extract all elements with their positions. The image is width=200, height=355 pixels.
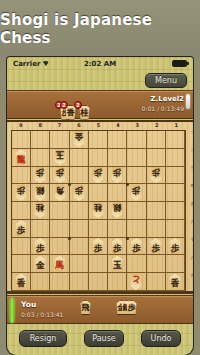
file-labels: 987654321 <box>11 122 186 129</box>
square-1i[interactable]: 香 <box>166 273 185 291</box>
square-3b[interactable] <box>127 149 146 167</box>
piece-5c[interactable]: 歩 <box>91 167 105 183</box>
player-name: You <box>21 300 63 309</box>
rank-label: 六 <box>190 220 193 238</box>
board-grid: 金龍玉歩歩歩歩歩歩銀角歩歩桂桂銀歩歩歩歩歩歩歩金馬玉香と香 <box>11 130 186 292</box>
square-4a[interactable] <box>108 131 127 149</box>
pause-button[interactable]: Pause <box>84 330 124 347</box>
rank-label: 一 <box>190 130 193 148</box>
square-4g[interactable]: 歩 <box>108 238 127 256</box>
square-2d[interactable] <box>147 184 166 202</box>
player-time-indicator <box>10 298 14 323</box>
shogi-board: 987654321 一二三四五六七八九 金龍玉歩歩歩歩歩歩銀角歩歩桂桂銀歩歩歩歩… <box>7 120 193 294</box>
square-9i[interactable]: 香 <box>12 273 31 291</box>
action-buttons: Resign Pause Undo <box>7 330 193 347</box>
square-5c[interactable]: 歩 <box>89 167 108 185</box>
square-2h[interactable] <box>147 255 166 273</box>
square-6i[interactable] <box>70 273 89 291</box>
file-label-1: 1 <box>167 122 186 129</box>
file-label-3: 3 <box>128 122 147 129</box>
square-8a[interactable] <box>31 131 50 149</box>
square-2c[interactable]: 歩 <box>147 167 166 185</box>
piece-7c[interactable]: 歩 <box>53 167 67 183</box>
battery-icon <box>172 60 187 67</box>
square-9h[interactable] <box>12 255 31 273</box>
page-title: Shogi is Japanese Chess <box>0 11 200 47</box>
resign-button[interactable]: Resign <box>19 330 67 347</box>
square-7h[interactable]: 馬 <box>50 255 69 273</box>
square-9c[interactable] <box>12 167 31 185</box>
square-4i[interactable] <box>108 273 127 291</box>
file-label-2: 2 <box>147 122 166 129</box>
square-9f[interactable]: 歩 <box>12 220 31 238</box>
player-info: You 0:03 / 0:13:41 <box>21 300 63 318</box>
piece-8d[interactable]: 銀 <box>33 185 47 201</box>
star-point <box>126 237 129 240</box>
square-5a[interactable] <box>89 131 108 149</box>
file-label-8: 8 <box>30 122 49 129</box>
piece-4e[interactable]: 銀 <box>110 202 124 218</box>
square-6b[interactable] <box>70 149 89 167</box>
page-header: Shogi is Japanese Chess <box>0 0 200 57</box>
square-7f[interactable] <box>50 220 69 238</box>
player-clock: 0:03 / 0:13:41 <box>21 311 63 318</box>
file-label-9: 9 <box>11 122 30 129</box>
piece-4g[interactable]: 歩 <box>110 238 124 254</box>
square-1a[interactable] <box>166 131 185 149</box>
piece-8h[interactable]: 金 <box>33 256 47 272</box>
piece-5e[interactable]: 桂 <box>91 202 105 218</box>
piece-9f[interactable]: 歩 <box>14 220 28 236</box>
square-5b[interactable] <box>89 149 108 167</box>
square-6f[interactable] <box>70 220 89 238</box>
rank-label: 五 <box>190 202 193 220</box>
square-9b[interactable]: 龍 <box>12 149 31 167</box>
undo-button[interactable]: Undo <box>141 330 181 347</box>
piece-3i[interactable]: と <box>129 274 143 290</box>
square-8b[interactable] <box>31 149 50 167</box>
file-label-5: 5 <box>89 122 108 129</box>
app-screen: Carrier 2:02 AM Menu 歩2香2桂2 Z.Level2 0:0… <box>7 57 193 355</box>
piece-8c[interactable]: 歩 <box>33 167 47 183</box>
square-9a[interactable] <box>12 131 31 149</box>
square-3f[interactable] <box>127 220 146 238</box>
square-1h[interactable] <box>166 255 185 273</box>
square-7g[interactable] <box>50 238 69 256</box>
player-tray: You 0:03 / 0:13:41 飛金銀歩 <box>7 295 193 324</box>
square-6d[interactable]: 歩 <box>70 184 89 202</box>
square-4b[interactable] <box>108 149 127 167</box>
square-8c[interactable]: 歩 <box>31 167 50 185</box>
star-point <box>126 183 129 186</box>
rank-label: 九 <box>190 274 193 292</box>
square-3i[interactable]: と <box>127 273 146 291</box>
status-time: 2:02 AM <box>7 60 193 68</box>
menu-button[interactable]: Menu <box>145 73 187 88</box>
star-point <box>68 183 71 186</box>
piece-7h[interactable]: 馬 <box>53 256 67 272</box>
square-9e[interactable] <box>12 202 31 220</box>
piece-8g[interactable]: 歩 <box>33 238 47 254</box>
rank-label: 二 <box>190 148 193 166</box>
piece-9i[interactable]: 香 <box>14 274 28 290</box>
square-3c[interactable] <box>127 167 146 185</box>
captured-piece-glyph: 飛 <box>79 300 92 315</box>
square-3g[interactable]: 歩 <box>127 238 146 256</box>
capture-count-badge: 2 <box>74 101 82 109</box>
piece-1i[interactable]: 香 <box>168 274 182 290</box>
square-6e[interactable] <box>70 202 89 220</box>
square-1c[interactable] <box>166 167 185 185</box>
square-8i[interactable] <box>31 273 50 291</box>
square-2b[interactable] <box>147 149 166 167</box>
square-3d[interactable]: 歩 <box>127 184 146 202</box>
square-9g[interactable] <box>12 238 31 256</box>
status-bar: Carrier 2:02 AM <box>7 57 193 70</box>
file-label-4: 4 <box>108 122 127 129</box>
rank-labels: 一二三四五六七八九 <box>190 130 193 292</box>
rank-label: 八 <box>190 256 193 274</box>
square-1f[interactable] <box>166 220 185 238</box>
square-5d[interactable] <box>89 184 108 202</box>
square-8f[interactable] <box>31 220 50 238</box>
file-label-7: 7 <box>50 122 69 129</box>
file-label-6: 6 <box>69 122 88 129</box>
square-7a[interactable] <box>50 131 69 149</box>
piece-6a[interactable]: 金 <box>72 131 86 147</box>
piece-1g[interactable]: 歩 <box>168 238 182 254</box>
square-9d[interactable]: 歩 <box>12 184 31 202</box>
square-4e[interactable]: 銀 <box>108 202 127 220</box>
square-4d[interactable] <box>108 184 127 202</box>
square-8e[interactable]: 桂 <box>31 202 50 220</box>
square-7b[interactable]: 玉 <box>50 149 69 167</box>
square-6a[interactable]: 金 <box>70 131 89 149</box>
piece-7b[interactable]: 玉 <box>53 149 67 165</box>
square-7e[interactable] <box>50 202 69 220</box>
square-5h[interactable] <box>89 255 108 273</box>
opponent-name: Z.Level2 <box>142 95 184 103</box>
square-3a[interactable] <box>127 131 146 149</box>
square-5f[interactable] <box>89 220 108 238</box>
square-2f[interactable] <box>147 220 166 238</box>
opponent-tray: 歩2香2桂2 Z.Level2 0:01 / 0:13:49 <box>7 90 193 119</box>
capture-count-badge: 2 <box>60 101 68 109</box>
square-4h[interactable]: 玉 <box>108 255 127 273</box>
square-1g[interactable]: 歩 <box>166 238 185 256</box>
square-4c[interactable]: 歩 <box>108 167 127 185</box>
piece-4h[interactable]: 玉 <box>110 256 124 272</box>
square-1d[interactable] <box>166 184 185 202</box>
square-5g[interactable]: 歩 <box>89 238 108 256</box>
opponent-info: Z.Level2 0:01 / 0:13:49 <box>142 95 184 112</box>
square-6c[interactable] <box>70 167 89 185</box>
piece-4c[interactable]: 歩 <box>110 167 124 183</box>
square-2i[interactable] <box>147 273 166 291</box>
rank-label: 四 <box>190 184 193 202</box>
square-5i[interactable] <box>89 273 108 291</box>
square-2a[interactable] <box>147 131 166 149</box>
square-2g[interactable]: 歩 <box>147 238 166 256</box>
phone-frame: Carrier 2:02 AM Menu 歩2香2桂2 Z.Level2 0:0… <box>6 56 194 355</box>
opponent-clock: 0:01 / 0:13:49 <box>142 105 184 112</box>
square-8h[interactable]: 金 <box>31 255 50 273</box>
rank-label: 三 <box>190 166 193 184</box>
square-7i[interactable] <box>50 273 69 291</box>
piece-2g[interactable]: 歩 <box>149 238 163 254</box>
square-6g[interactable] <box>70 238 89 256</box>
square-4f[interactable] <box>108 220 127 238</box>
square-7d[interactable]: 角 <box>50 184 69 202</box>
piece-8e[interactable]: 桂 <box>33 202 47 218</box>
piece-3d[interactable]: 歩 <box>129 185 143 201</box>
piece-6d[interactable]: 歩 <box>72 185 86 201</box>
square-5e[interactable]: 桂 <box>89 202 108 220</box>
square-1b[interactable] <box>166 149 185 167</box>
piece-7d[interactable]: 角 <box>53 185 67 201</box>
piece-5g[interactable]: 歩 <box>91 238 105 254</box>
rank-label: 七 <box>190 238 193 256</box>
square-3e[interactable] <box>127 202 146 220</box>
star-point <box>68 237 71 240</box>
square-6h[interactable] <box>70 255 89 273</box>
opponent-time-indicator <box>186 94 190 109</box>
square-1e[interactable] <box>166 202 185 220</box>
piece-3g[interactable]: 歩 <box>129 238 143 254</box>
square-8d[interactable]: 銀 <box>31 184 50 202</box>
piece-2c[interactable]: 歩 <box>149 167 163 183</box>
piece-9b[interactable]: 龍 <box>14 149 28 165</box>
piece-9d[interactable]: 歩 <box>14 185 28 201</box>
square-3h[interactable] <box>127 255 146 273</box>
square-7c[interactable]: 歩 <box>50 167 69 185</box>
square-2e[interactable] <box>147 202 166 220</box>
square-8g[interactable]: 歩 <box>31 238 50 256</box>
